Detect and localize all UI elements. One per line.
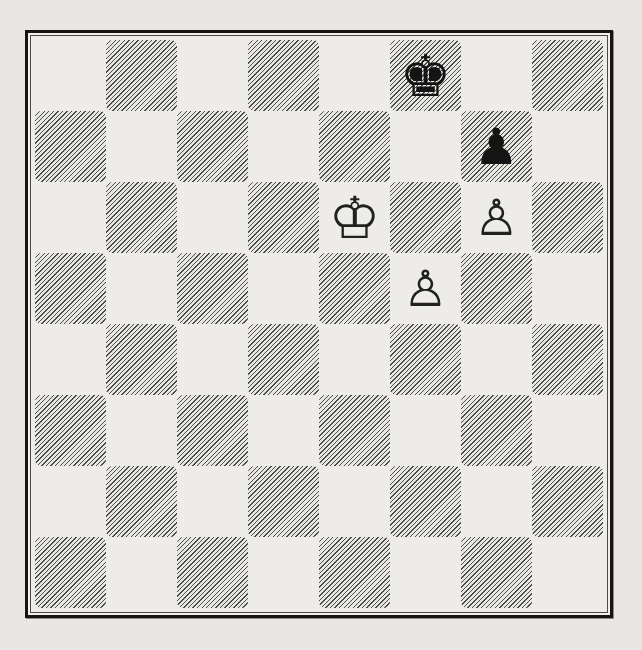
square-a5: [35, 253, 106, 324]
square-e3: [319, 395, 390, 466]
square-d8: [248, 40, 319, 111]
black-pawn-g7: ♟: [474, 122, 519, 172]
square-e6: ♔: [319, 182, 390, 253]
square-f5: ♙: [390, 253, 461, 324]
square-e2: [319, 466, 390, 537]
square-f6: [390, 182, 461, 253]
square-b2: [106, 466, 177, 537]
square-g5: [461, 253, 532, 324]
square-d1: [248, 537, 319, 608]
square-d5: [248, 253, 319, 324]
square-h6: [532, 182, 603, 253]
white-king-e6: ♔: [329, 189, 381, 247]
square-b8: [106, 40, 177, 111]
square-g4: [461, 324, 532, 395]
square-g6: ♙: [461, 182, 532, 253]
square-h7: [532, 111, 603, 182]
square-c8: [177, 40, 248, 111]
square-a4: [35, 324, 106, 395]
square-a8: [35, 40, 106, 111]
white-pawn-f5: ♙: [403, 264, 448, 314]
square-b1: [106, 537, 177, 608]
square-f7: [390, 111, 461, 182]
square-h3: [532, 395, 603, 466]
square-c3: [177, 395, 248, 466]
square-b6: [106, 182, 177, 253]
square-a3: [35, 395, 106, 466]
square-c6: [177, 182, 248, 253]
square-c2: [177, 466, 248, 537]
chess-board-inner-border: ♚♟♔♙♙: [30, 35, 608, 613]
square-f8: ♚: [390, 40, 461, 111]
square-a6: [35, 182, 106, 253]
square-b4: [106, 324, 177, 395]
white-pawn-g6: ♙: [474, 193, 519, 243]
square-f4: [390, 324, 461, 395]
square-a1: [35, 537, 106, 608]
square-d2: [248, 466, 319, 537]
square-e5: [319, 253, 390, 324]
square-b3: [106, 395, 177, 466]
square-c4: [177, 324, 248, 395]
square-h2: [532, 466, 603, 537]
square-a2: [35, 466, 106, 537]
square-h4: [532, 324, 603, 395]
square-f2: [390, 466, 461, 537]
book-page: { "game": "chess", "position": { "fen_bo…: [0, 0, 642, 650]
square-a7: [35, 111, 106, 182]
square-e7: [319, 111, 390, 182]
square-b5: [106, 253, 177, 324]
square-c5: [177, 253, 248, 324]
square-f3: [390, 395, 461, 466]
square-h8: [532, 40, 603, 111]
square-b7: [106, 111, 177, 182]
square-d3: [248, 395, 319, 466]
square-g7: ♟: [461, 111, 532, 182]
square-f1: [390, 537, 461, 608]
square-e4: [319, 324, 390, 395]
square-g8: [461, 40, 532, 111]
square-d7: [248, 111, 319, 182]
square-c7: [177, 111, 248, 182]
square-d4: [248, 324, 319, 395]
square-h5: [532, 253, 603, 324]
square-e1: [319, 537, 390, 608]
chess-board-grid: ♚♟♔♙♙: [35, 40, 603, 608]
square-g3: [461, 395, 532, 466]
black-king-f8: ♚: [400, 47, 452, 105]
square-g2: [461, 466, 532, 537]
square-g1: [461, 537, 532, 608]
chess-board-frame: ♚♟♔♙♙: [25, 30, 613, 618]
square-e8: [319, 40, 390, 111]
square-h1: [532, 537, 603, 608]
square-d6: [248, 182, 319, 253]
square-c1: [177, 537, 248, 608]
